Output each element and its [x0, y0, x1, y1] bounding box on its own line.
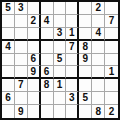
- cell-r3c7-empty[interactable]: [79, 28, 92, 41]
- cell-r2c4-given[interactable]: 4: [41, 15, 54, 28]
- cell-r6c3-given[interactable]: 9: [28, 66, 41, 79]
- cell-r5c4-empty[interactable]: [41, 54, 54, 67]
- cell-r7c2-given[interactable]: 7: [15, 79, 28, 92]
- cell-r2c7-empty[interactable]: [79, 15, 92, 28]
- cell-r8c2-empty[interactable]: [15, 92, 28, 105]
- cell-r7c5-given[interactable]: 1: [54, 79, 67, 92]
- cell-r6c1-empty[interactable]: [2, 66, 15, 79]
- cell-r2c9-given[interactable]: 7: [105, 15, 118, 28]
- cell-r7c6-empty[interactable]: [66, 79, 79, 92]
- cell-r3c5-given[interactable]: 3: [54, 28, 67, 41]
- cell-r8c3-empty[interactable]: [28, 92, 41, 105]
- cell-r5c5-given[interactable]: 5: [54, 54, 67, 67]
- cell-r6c9-given[interactable]: 1: [105, 66, 118, 79]
- cell-r8c1-given[interactable]: 6: [2, 92, 15, 105]
- cell-r1c4-empty[interactable]: [41, 2, 54, 15]
- cell-r9c9-given[interactable]: 2: [105, 105, 118, 118]
- cell-r1c3-empty[interactable]: [28, 2, 41, 15]
- cell-r9c4-empty[interactable]: [41, 105, 54, 118]
- cell-r8c9-empty[interactable]: [105, 92, 118, 105]
- cell-r6c2-empty[interactable]: [15, 66, 28, 79]
- cell-r9c8-given[interactable]: 8: [92, 105, 105, 118]
- cell-r4c1-given[interactable]: 4: [2, 41, 15, 54]
- cell-r1c6-empty[interactable]: [66, 2, 79, 15]
- cell-r7c1-empty[interactable]: [2, 79, 15, 92]
- cell-r3c2-empty[interactable]: [15, 28, 28, 41]
- cell-r5c7-given[interactable]: 9: [79, 54, 92, 67]
- cell-r2c6-empty[interactable]: [66, 15, 79, 28]
- cell-r9c7-empty[interactable]: [79, 105, 92, 118]
- cell-r4c7-given[interactable]: 8: [79, 41, 92, 54]
- cell-r4c9-empty[interactable]: [105, 41, 118, 54]
- cell-r3c6-given[interactable]: 1: [66, 28, 79, 41]
- cell-r7c7-empty[interactable]: [79, 79, 92, 92]
- cell-r6c6-empty[interactable]: [66, 66, 79, 79]
- cell-r6c8-empty[interactable]: [92, 66, 105, 79]
- sudoku-board: 532247314478659961781635982: [0, 0, 120, 120]
- cell-r9c3-empty[interactable]: [28, 105, 41, 118]
- cell-r1c1-given[interactable]: 5: [2, 2, 15, 15]
- cell-r1c7-empty[interactable]: [79, 2, 92, 15]
- cell-r9c2-given[interactable]: 9: [15, 105, 28, 118]
- cell-r9c6-empty[interactable]: [66, 105, 79, 118]
- cell-r4c5-empty[interactable]: [54, 41, 67, 54]
- cell-r7c8-empty[interactable]: [92, 79, 105, 92]
- cell-r1c9-empty[interactable]: [105, 2, 118, 15]
- cell-r8c7-given[interactable]: 5: [79, 92, 92, 105]
- cell-r8c4-empty[interactable]: [41, 92, 54, 105]
- cell-r5c1-empty[interactable]: [2, 54, 15, 67]
- cell-r4c8-empty[interactable]: [92, 41, 105, 54]
- cell-r2c5-empty[interactable]: [54, 15, 67, 28]
- cell-r4c6-given[interactable]: 7: [66, 41, 79, 54]
- cell-r2c1-empty[interactable]: [2, 15, 15, 28]
- cell-r5c3-given[interactable]: 6: [28, 54, 41, 67]
- cell-r9c5-empty[interactable]: [54, 105, 67, 118]
- cell-r2c3-given[interactable]: 2: [28, 15, 41, 28]
- cell-r1c8-given[interactable]: 2: [92, 2, 105, 15]
- cell-r8c5-empty[interactable]: [54, 92, 67, 105]
- cell-r8c6-given[interactable]: 3: [66, 92, 79, 105]
- cell-r4c3-empty[interactable]: [28, 41, 41, 54]
- cell-r7c4-given[interactable]: 8: [41, 79, 54, 92]
- cell-r9c1-empty[interactable]: [2, 105, 15, 118]
- cell-r6c4-given[interactable]: 6: [41, 66, 54, 79]
- cell-r2c8-empty[interactable]: [92, 15, 105, 28]
- cell-r7c9-empty[interactable]: [105, 79, 118, 92]
- cell-r6c5-empty[interactable]: [54, 66, 67, 79]
- cell-r5c6-empty[interactable]: [66, 54, 79, 67]
- cell-r5c8-empty[interactable]: [92, 54, 105, 67]
- cell-r5c9-empty[interactable]: [105, 54, 118, 67]
- cell-r3c4-empty[interactable]: [41, 28, 54, 41]
- cell-r3c9-empty[interactable]: [105, 28, 118, 41]
- cell-r7c3-empty[interactable]: [28, 79, 41, 92]
- cell-r6c7-empty[interactable]: [79, 66, 92, 79]
- cell-r3c1-empty[interactable]: [2, 28, 15, 41]
- cell-r3c8-given[interactable]: 4: [92, 28, 105, 41]
- cell-r4c4-empty[interactable]: [41, 41, 54, 54]
- cell-r2c2-empty[interactable]: [15, 15, 28, 28]
- cell-r3c3-empty[interactable]: [28, 28, 41, 41]
- cell-r8c8-empty[interactable]: [92, 92, 105, 105]
- cell-r5c2-empty[interactable]: [15, 54, 28, 67]
- cell-r1c2-given[interactable]: 3: [15, 2, 28, 15]
- cell-r1c5-empty[interactable]: [54, 2, 67, 15]
- cell-r4c2-empty[interactable]: [15, 41, 28, 54]
